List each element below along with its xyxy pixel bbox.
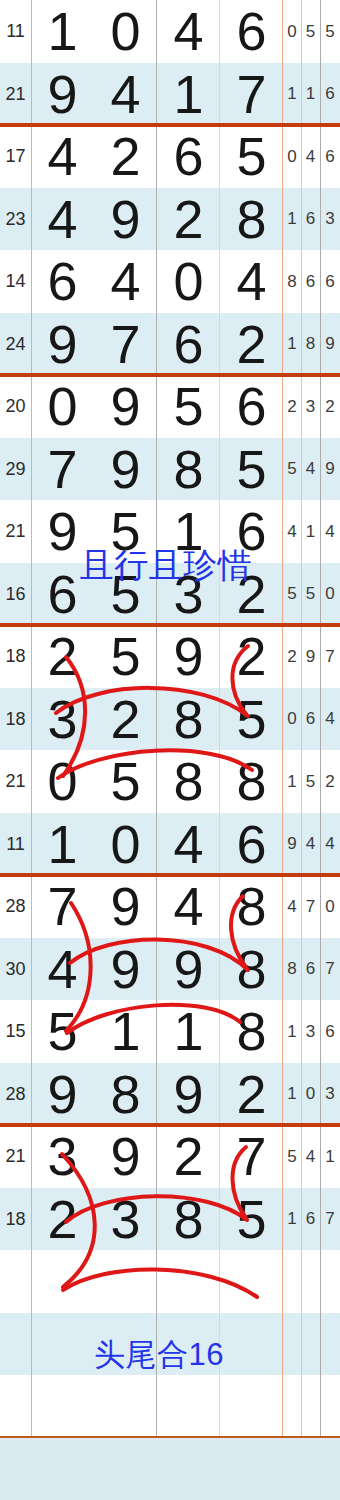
aux-digit-cell: 4 [320, 500, 340, 563]
aux-digit-cell: 6 [320, 125, 340, 188]
aux-digit-cell: 2 [283, 625, 301, 688]
digit-cell: 8 [157, 1188, 220, 1251]
digit-cell: 8 [220, 938, 283, 1001]
digit-cell: 2 [157, 188, 220, 251]
aux-digit-cell: 4 [320, 813, 340, 876]
number-row: 182385167 [0, 1188, 340, 1251]
digit-cell: 7 [220, 1125, 283, 1188]
digit-cell: 5 [157, 375, 220, 438]
digit-cell: 5 [220, 1188, 283, 1251]
group-divider [0, 1123, 340, 1127]
digit-cell: 4 [94, 250, 157, 313]
row-sum-label: 21 [0, 500, 31, 563]
aux-digit-cell: 0 [320, 875, 340, 938]
digit-cell: 9 [94, 875, 157, 938]
number-row: 289892103 [0, 1063, 340, 1126]
aux-digit-cell: 4 [283, 875, 301, 938]
row-sum-label: 11 [0, 0, 31, 63]
aux-digit-cell: 4 [301, 125, 320, 188]
digit-cell: 0 [31, 750, 94, 813]
aux-digit-cell: 5 [301, 0, 320, 63]
digit-cell: 2 [220, 313, 283, 376]
aux-digit-cell: 6 [320, 250, 340, 313]
aux-digit-cell: 5 [301, 750, 320, 813]
aux-digit-cell: 1 [320, 1125, 340, 1188]
digit-cell: 9 [31, 1063, 94, 1126]
aux-digit-cell: 8 [283, 250, 301, 313]
number-row: 111046055 [0, 0, 340, 63]
digit-cell: 2 [31, 1188, 94, 1251]
group-divider [0, 123, 340, 127]
digit-cell: 1 [157, 1000, 220, 1063]
aux-digit-cell: 0 [301, 1063, 320, 1126]
digit-cell: 8 [220, 875, 283, 938]
digit-cell: 3 [31, 688, 94, 751]
digit-cell: 5 [31, 1000, 94, 1063]
digit-cell: 4 [157, 813, 220, 876]
row-sum-label: 21 [0, 1125, 31, 1188]
column-divider [31, 0, 32, 1437]
digit-cell: 6 [220, 375, 283, 438]
digit-cell: 2 [220, 625, 283, 688]
digit-cell: 4 [31, 125, 94, 188]
row-sum-label: 20 [0, 375, 31, 438]
aux-digit-cell: 3 [301, 375, 320, 438]
digit-cell: 5 [220, 438, 283, 501]
aux-digit-cell: 6 [301, 188, 320, 251]
aux-digit-cell: 6 [301, 250, 320, 313]
digit-cell: 4 [157, 875, 220, 938]
digit-cell: 6 [31, 250, 94, 313]
digit-cell: 4 [31, 938, 94, 1001]
row-sum-label: 24 [0, 313, 31, 376]
row-sum-label: 21 [0, 750, 31, 813]
row-sum-label: 23 [0, 188, 31, 251]
number-row: 182592297 [0, 625, 340, 688]
aux-digit-cell: 3 [320, 188, 340, 251]
aux-digit-cell: 8 [301, 313, 320, 376]
aux-digit-cell: 1 [283, 63, 301, 126]
number-row: 174265046 [0, 125, 340, 188]
row-sum-label: 18 [0, 1188, 31, 1251]
number-row: 287948470 [0, 875, 340, 938]
digit-cell: 5 [94, 625, 157, 688]
number-row: 249762189 [0, 313, 340, 376]
aux-digit-cell: 2 [283, 375, 301, 438]
aux-digit-cell: 5 [301, 563, 320, 626]
aux-digit-cell: 7 [320, 1188, 340, 1251]
digit-cell: 0 [157, 250, 220, 313]
digit-cell: 4 [157, 0, 220, 63]
group-divider [0, 373, 340, 377]
number-row: 146404866 [0, 250, 340, 313]
row-sum-label: 15 [0, 1000, 31, 1063]
lottery-trend-chart: 1110460552194171161742650462349281631464… [0, 0, 340, 1500]
aux-digit-cell: 4 [320, 688, 340, 751]
column-divider [282, 0, 283, 1437]
digit-cell: 7 [220, 63, 283, 126]
aux-digit-cell: 8 [283, 938, 301, 1001]
row-sum-label: 14 [0, 250, 31, 313]
digit-cell: 2 [157, 1125, 220, 1188]
digit-cell: 8 [157, 688, 220, 751]
aux-digit-cell: 1 [301, 500, 320, 563]
footer-band [0, 1438, 340, 1500]
aux-digit-cell: 2 [320, 750, 340, 813]
aux-digit-cell: 9 [320, 313, 340, 376]
digit-cell: 6 [220, 0, 283, 63]
aux-digit-cell: 0 [283, 0, 301, 63]
aux-digit-cell: 6 [301, 1188, 320, 1251]
digit-cell: 2 [94, 125, 157, 188]
digit-cell: 8 [220, 188, 283, 251]
number-row: 219417116 [0, 63, 340, 126]
number-row: 297985549 [0, 438, 340, 501]
empty-row [0, 1250, 340, 1313]
digit-cell: 8 [94, 1063, 157, 1126]
aux-digit-cell: 1 [283, 313, 301, 376]
digit-cell: 0 [94, 0, 157, 63]
aux-digit-cell: 0 [320, 563, 340, 626]
digit-cell: 1 [31, 0, 94, 63]
number-row: 183285064 [0, 688, 340, 751]
digit-cell: 7 [31, 438, 94, 501]
digit-cell: 8 [220, 1000, 283, 1063]
handwritten-note-bottom: 头尾合16 [33, 1338, 285, 1372]
number-row: 304998867 [0, 938, 340, 1001]
number-row: 155118136 [0, 1000, 340, 1063]
row-sum-label: 21 [0, 63, 31, 126]
group-divider [0, 623, 340, 627]
aux-digit-cell: 7 [320, 938, 340, 1001]
digit-cell: 9 [157, 1063, 220, 1126]
bottom-divider [0, 1436, 340, 1438]
aux-digit-cell: 5 [283, 1125, 301, 1188]
column-divider [219, 0, 220, 1437]
column-divider [301, 0, 302, 1437]
digit-cell: 5 [220, 688, 283, 751]
digit-cell: 0 [31, 375, 94, 438]
aux-digit-cell: 4 [301, 438, 320, 501]
digit-cell: 9 [157, 938, 220, 1001]
aux-digit-cell: 7 [301, 875, 320, 938]
empty-row [0, 1375, 340, 1438]
row-sum-label: 18 [0, 625, 31, 688]
row-sum-label: 17 [0, 125, 31, 188]
digit-cell: 1 [31, 813, 94, 876]
aux-digit-cell: 7 [320, 625, 340, 688]
digit-cell: 2 [94, 688, 157, 751]
row-sum-label: 11 [0, 813, 31, 876]
number-row: 111046944 [0, 813, 340, 876]
row-sum-label: 28 [0, 1063, 31, 1126]
aux-digit-cell: 6 [320, 63, 340, 126]
aux-digit-cell: 5 [283, 438, 301, 501]
aux-digit-cell: 9 [283, 813, 301, 876]
aux-digit-cell: 3 [301, 1000, 320, 1063]
aux-digit-cell: 5 [320, 0, 340, 63]
digit-cell: 9 [94, 438, 157, 501]
digit-cell: 9 [31, 313, 94, 376]
digit-cell: 4 [31, 188, 94, 251]
aux-digit-cell: 1 [283, 750, 301, 813]
column-divider [156, 0, 157, 1437]
aux-digit-cell: 6 [301, 688, 320, 751]
digit-cell: 3 [31, 1125, 94, 1188]
digit-cell: 8 [157, 438, 220, 501]
aux-digit-cell: 6 [320, 1000, 340, 1063]
digit-cell: 9 [94, 938, 157, 1001]
aux-digit-cell: 1 [283, 1063, 301, 1126]
number-row: 234928163 [0, 188, 340, 251]
row-sum-label: 29 [0, 438, 31, 501]
number-row: 213927541 [0, 1125, 340, 1188]
digit-cell: 9 [157, 625, 220, 688]
aux-digit-cell: 9 [301, 625, 320, 688]
digit-cell: 4 [220, 250, 283, 313]
digit-cell: 9 [94, 188, 157, 251]
aux-digit-cell: 3 [320, 1063, 340, 1126]
digit-cell: 8 [220, 750, 283, 813]
digit-cell: 9 [31, 63, 94, 126]
column-divider [320, 0, 321, 1437]
aux-digit-cell: 1 [283, 1188, 301, 1251]
digit-cell: 0 [94, 813, 157, 876]
digit-cell: 2 [31, 625, 94, 688]
aux-digit-cell: 1 [301, 63, 320, 126]
digit-cell: 6 [220, 813, 283, 876]
aux-digit-cell: 0 [283, 688, 301, 751]
digit-cell: 1 [94, 1000, 157, 1063]
digit-cell: 3 [94, 1188, 157, 1251]
aux-digit-cell: 1 [283, 188, 301, 251]
digit-cell: 5 [94, 750, 157, 813]
number-row: 200956232 [0, 375, 340, 438]
aux-digit-cell: 4 [301, 813, 320, 876]
digit-cell: 6 [157, 313, 220, 376]
digit-cell: 9 [94, 375, 157, 438]
digit-cell: 9 [94, 1125, 157, 1188]
row-sum-label: 16 [0, 563, 31, 626]
digit-cell: 7 [94, 313, 157, 376]
aux-digit-cell: 2 [320, 375, 340, 438]
aux-digit-cell: 0 [283, 125, 301, 188]
digit-cell: 6 [157, 125, 220, 188]
digit-cell: 7 [31, 875, 94, 938]
digit-cell: 8 [157, 750, 220, 813]
digit-cell: 1 [157, 63, 220, 126]
aux-digit-cell: 6 [301, 938, 320, 1001]
row-sum-label: 18 [0, 688, 31, 751]
digit-cell: 2 [220, 1063, 283, 1126]
aux-digit-cell: 4 [301, 1125, 320, 1188]
group-divider [0, 873, 340, 877]
digit-cell: 5 [220, 125, 283, 188]
aux-digit-cell: 1 [283, 1000, 301, 1063]
handwritten-note-top: 且行且珍惜 [40, 547, 292, 584]
aux-digit-cell: 9 [320, 438, 340, 501]
digit-cell: 4 [94, 63, 157, 126]
row-sum-label: 28 [0, 875, 31, 938]
row-sum-label: 30 [0, 938, 31, 1001]
number-row: 210588152 [0, 750, 340, 813]
